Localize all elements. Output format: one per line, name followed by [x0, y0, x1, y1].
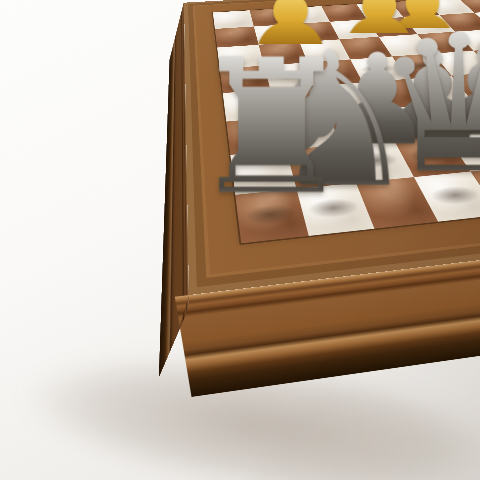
- pewter-rook-glyph: ♜: [188, 34, 354, 220]
- chess-set-product-photo: ♜♞♛♟♟♟♟♟♟: [0, 0, 480, 480]
- pieces-layer: ♜♞♛♟♟♟♟♟♟: [184, 0, 480, 295]
- wooden-chessboard-case: ♜♞♛♟♟♟♟♟♟: [184, 0, 480, 295]
- perspective-stage: ♜♞♛♟♟♟♟♟♟: [0, 0, 480, 480]
